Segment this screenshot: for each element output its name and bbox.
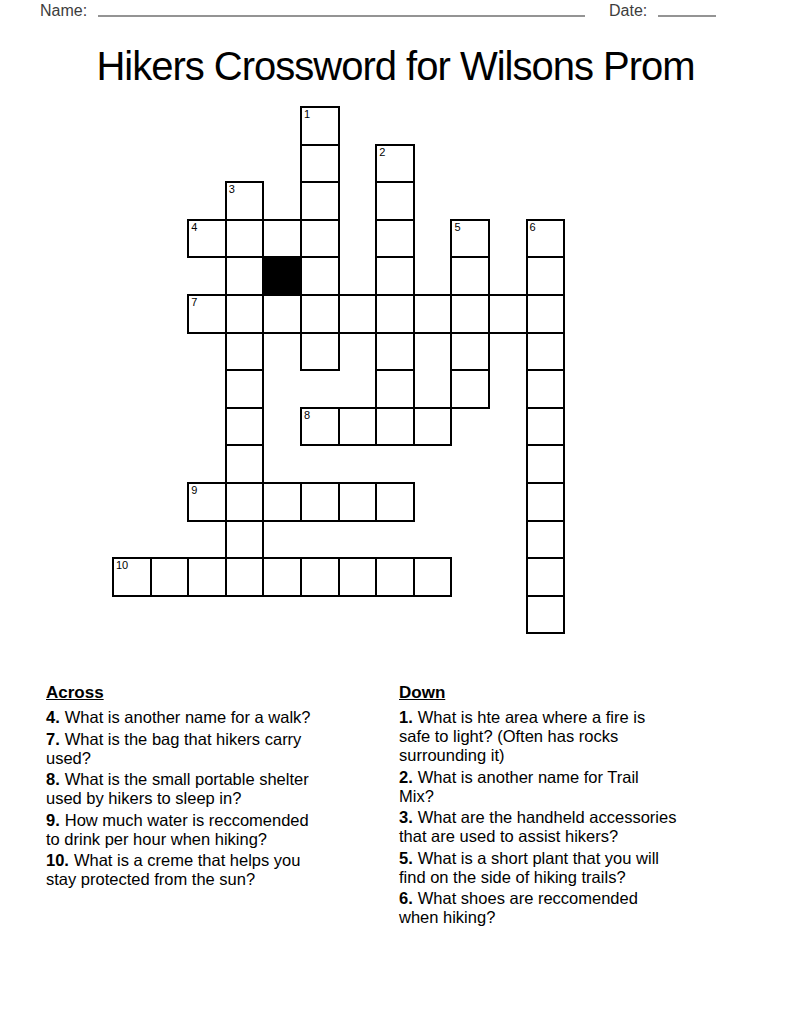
grid-cell[interactable]	[488, 294, 528, 334]
grid-cell[interactable]	[300, 557, 340, 597]
clue-number: 2.	[399, 768, 413, 786]
grid-cell[interactable]	[375, 219, 415, 259]
clue-text: What shoes are reccomended when hiking?	[399, 889, 638, 926]
grid-cell[interactable]	[375, 482, 415, 522]
grid-cell[interactable]	[375, 557, 415, 597]
clue-text: What is a short plant that you will find…	[399, 849, 659, 886]
grid-cell[interactable]	[375, 294, 415, 334]
grid-cell[interactable]	[375, 181, 415, 221]
grid-cell[interactable]	[262, 219, 302, 259]
grid-cell[interactable]: 2	[375, 144, 415, 184]
grid-cell[interactable]	[225, 294, 265, 334]
grid-cell[interactable]	[450, 369, 490, 409]
grid-cell[interactable]	[526, 294, 566, 334]
clue-text: What is hte area where a fire is safe to…	[399, 708, 645, 764]
grid-cell[interactable]	[526, 369, 566, 409]
grid-cell[interactable]	[450, 332, 490, 372]
cell-number: 5	[454, 222, 460, 233]
grid-cell[interactable]	[300, 482, 340, 522]
grid-cell[interactable]	[375, 256, 415, 296]
grid-cell[interactable]	[225, 520, 265, 560]
date-label: Date:	[609, 2, 647, 20]
grid-cell[interactable]	[526, 482, 566, 522]
clue-number: 4.	[46, 708, 60, 726]
page-title: Hikers Crossword for Wilsons Prom	[0, 44, 791, 89]
grid-cell[interactable]	[526, 256, 566, 296]
crossword-grid: 12345678910	[112, 106, 566, 635]
cell-number: 4	[191, 222, 197, 233]
clue-text: What is the small portable shelter used …	[46, 770, 309, 807]
grid-cell[interactable]	[300, 144, 340, 184]
grid-cell[interactable]	[450, 294, 490, 334]
grid-cell[interactable]	[225, 332, 265, 372]
across-clue: 10.What is a creme that helps you stay p…	[46, 851, 396, 889]
grid-cell[interactable]	[526, 407, 566, 447]
clue-text: What is another name for Trail Mix?	[399, 768, 639, 805]
grid-cell[interactable]	[262, 482, 302, 522]
grid-cell[interactable]	[300, 256, 340, 296]
grid-cell[interactable]: 6	[526, 219, 566, 259]
grid-cell[interactable]	[375, 407, 415, 447]
grid-cell[interactable]	[450, 256, 490, 296]
across-clue: 8.What is the small portable shelter use…	[46, 770, 396, 808]
grid-cell[interactable]	[225, 407, 265, 447]
clue-number: 8.	[46, 770, 60, 788]
grid-cell[interactable]	[262, 557, 302, 597]
down-clue: 1.What is hte area where a fire is safe …	[399, 708, 777, 765]
grid-cell[interactable]	[300, 219, 340, 259]
grid-cell[interactable]: 7	[187, 294, 227, 334]
grid-cell[interactable]	[225, 444, 265, 484]
across-clue: 9.How much water is reccomended to drink…	[46, 811, 396, 849]
grid-cell[interactable]	[338, 482, 378, 522]
clue-text: What are the handheld accessories that a…	[399, 808, 676, 845]
grid-cell[interactable]	[338, 557, 378, 597]
cell-number: 7	[191, 297, 197, 308]
name-blank-line	[98, 15, 585, 17]
grid-cell[interactable]	[375, 369, 415, 409]
grid-cell[interactable]	[338, 294, 378, 334]
across-clue: 4.What is another name for a walk?	[46, 708, 396, 727]
grid-cell[interactable]	[225, 219, 265, 259]
worksheet-page: Name: Date: Hikers Crossword for Wilsons…	[0, 0, 791, 1024]
grid-cell[interactable]: 4	[187, 219, 227, 259]
grid-cell[interactable]: 5	[450, 219, 490, 259]
grid-cell[interactable]	[526, 520, 566, 560]
grid-cell[interactable]	[262, 294, 302, 334]
grid-cell[interactable]	[225, 369, 265, 409]
down-clues-section: Down 1.What is hte area where a fire is …	[399, 683, 777, 930]
date-blank-line	[658, 15, 716, 17]
cell-number: 9	[191, 485, 197, 496]
cell-number: 3	[229, 184, 235, 195]
clue-number: 10.	[46, 851, 69, 869]
grid-cell[interactable]	[413, 557, 453, 597]
clue-number: 9.	[46, 811, 60, 829]
clue-text: How much water is reccomended to drink p…	[46, 811, 309, 848]
clue-text: What is a creme that helps you stay prot…	[46, 851, 300, 888]
grid-cell[interactable]	[413, 294, 453, 334]
grid-cell[interactable]	[526, 444, 566, 484]
clue-text: What is the bag that hikers carry used?	[46, 730, 301, 767]
clue-number: 6.	[399, 889, 413, 907]
grid-cell[interactable]: 9	[187, 482, 227, 522]
grid-cell[interactable]	[526, 557, 566, 597]
black-cell	[262, 256, 302, 296]
cell-number: 6	[530, 222, 536, 233]
grid-cell[interactable]: 8	[300, 407, 340, 447]
clue-number: 7.	[46, 730, 60, 748]
down-clue: 3.What are the handheld accessories that…	[399, 808, 777, 846]
grid-cell[interactable]: 3	[225, 181, 265, 221]
grid-cell[interactable]	[413, 407, 453, 447]
name-label: Name:	[40, 2, 87, 20]
grid-cell[interactable]	[526, 595, 566, 635]
grid-cell[interactable]	[225, 256, 265, 296]
down-clue: 6.What shoes are reccomended when hiking…	[399, 889, 777, 927]
grid-cell[interactable]	[375, 332, 415, 372]
clue-number: 5.	[399, 849, 413, 867]
down-clue: 5.What is a short plant that you will fi…	[399, 849, 777, 887]
grid-cell[interactable]	[187, 557, 227, 597]
clue-number: 3.	[399, 808, 413, 826]
grid-cell[interactable]	[300, 294, 340, 334]
grid-cell[interactable]	[300, 181, 340, 221]
grid-cell[interactable]	[526, 332, 566, 372]
clue-number: 1.	[399, 708, 413, 726]
cell-number: 1	[304, 109, 310, 120]
across-heading: Across	[46, 683, 396, 703]
across-clues-section: Across 4.What is another name for a walk…	[46, 683, 396, 892]
cell-number: 10	[116, 560, 128, 571]
clue-text: What is another name for a walk?	[65, 708, 311, 726]
grid-cell[interactable]	[338, 407, 378, 447]
cell-number: 8	[304, 410, 310, 421]
grid-cell[interactable]: 1	[300, 106, 340, 146]
down-heading: Down	[399, 683, 777, 703]
grid-cell[interactable]	[300, 332, 340, 372]
grid-cell[interactable]	[150, 557, 190, 597]
grid-cell[interactable]	[225, 482, 265, 522]
across-clue: 7.What is the bag that hikers carry used…	[46, 730, 396, 768]
grid-cell[interactable]	[225, 557, 265, 597]
grid-cell[interactable]: 10	[112, 557, 152, 597]
cell-number: 2	[379, 147, 385, 158]
down-clue: 2.What is another name for Trail Mix?	[399, 768, 777, 806]
